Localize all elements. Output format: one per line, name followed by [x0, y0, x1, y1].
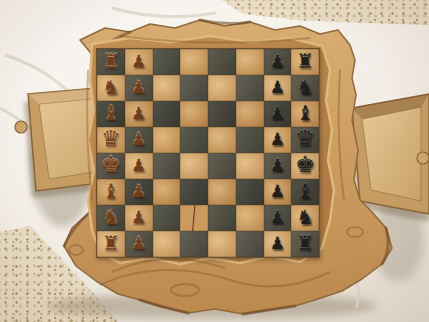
- square-c6[interactable]: [236, 101, 264, 127]
- square-b2[interactable]: ♟: [125, 75, 153, 101]
- white-pawn[interactable]: ♟: [131, 53, 146, 70]
- square-f7[interactable]: ♟: [264, 179, 292, 205]
- square-d1[interactable]: ♛: [97, 127, 125, 153]
- black-pawn[interactable]: ♟: [270, 209, 285, 226]
- square-b5[interactable]: [208, 75, 236, 101]
- square-e5[interactable]: [208, 153, 236, 179]
- square-h7[interactable]: ♟: [264, 231, 292, 257]
- black-bishop[interactable]: ♝: [296, 181, 314, 201]
- square-h5[interactable]: [208, 231, 236, 257]
- black-king[interactable]: ♚: [295, 154, 315, 176]
- black-pawn[interactable]: ♟: [270, 79, 285, 96]
- square-a1[interactable]: ♜: [97, 49, 125, 75]
- black-knight[interactable]: ♞: [296, 207, 314, 227]
- square-d6[interactable]: [236, 127, 264, 153]
- square-h6[interactable]: [236, 231, 264, 257]
- square-f6[interactable]: [236, 179, 264, 205]
- black-rook[interactable]: ♜: [296, 233, 314, 253]
- white-bishop[interactable]: ♝: [102, 103, 120, 123]
- white-rook[interactable]: ♜: [102, 233, 120, 253]
- black-bishop[interactable]: ♝: [296, 103, 314, 123]
- white-pawn[interactable]: ♟: [131, 79, 146, 96]
- black-pawn[interactable]: ♟: [270, 53, 285, 70]
- white-bishop[interactable]: ♝: [102, 181, 120, 201]
- square-c8[interactable]: ♝: [291, 101, 319, 127]
- black-pawn[interactable]: ♟: [270, 235, 285, 252]
- white-king[interactable]: ♚: [101, 154, 121, 176]
- square-a5[interactable]: [208, 49, 236, 75]
- scene: ♜♟♟♜♞♟♟♞♝♟♟♝♛♟♟♛♚♟♟♚♝♟♟♝♞♟♟♞♜♟♟♜: [0, 0, 429, 322]
- white-pawn[interactable]: ♟: [131, 209, 146, 226]
- square-b6[interactable]: [236, 75, 264, 101]
- square-f2[interactable]: ♟: [125, 179, 153, 205]
- square-b1[interactable]: ♞: [97, 75, 125, 101]
- square-e1[interactable]: ♚: [97, 153, 125, 179]
- square-a7[interactable]: ♟: [264, 49, 292, 75]
- square-c5[interactable]: [208, 101, 236, 127]
- black-knight[interactable]: ♞: [296, 77, 314, 97]
- square-c3[interactable]: [153, 101, 181, 127]
- square-g2[interactable]: ♟: [125, 205, 153, 231]
- square-f8[interactable]: ♝: [291, 179, 319, 205]
- square-a2[interactable]: ♟: [125, 49, 153, 75]
- square-b4[interactable]: [180, 75, 208, 101]
- white-queen[interactable]: ♛: [101, 128, 121, 150]
- square-a4[interactable]: [180, 49, 208, 75]
- white-knight[interactable]: ♞: [102, 207, 120, 227]
- chessboard: ♜♟♟♜♞♟♟♞♝♟♟♝♛♟♟♛♚♟♟♚♝♟♟♝♞♟♟♞♜♟♟♜: [96, 48, 320, 258]
- square-d7[interactable]: ♟: [264, 127, 292, 153]
- right-drawer-knob[interactable]: [417, 152, 429, 164]
- square-a3[interactable]: [153, 49, 181, 75]
- square-g5[interactable]: [208, 205, 236, 231]
- square-c1[interactable]: ♝: [97, 101, 125, 127]
- white-pawn[interactable]: ♟: [131, 131, 146, 148]
- square-g7[interactable]: ♟: [264, 205, 292, 231]
- square-g4[interactable]: [180, 205, 208, 231]
- square-h2[interactable]: ♟: [125, 231, 153, 257]
- square-e3[interactable]: [153, 153, 181, 179]
- square-g3[interactable]: [153, 205, 181, 231]
- square-c7[interactable]: ♟: [264, 101, 292, 127]
- square-f4[interactable]: [180, 179, 208, 205]
- black-pawn[interactable]: ♟: [270, 183, 285, 200]
- square-d5[interactable]: [208, 127, 236, 153]
- square-f5[interactable]: [208, 179, 236, 205]
- right-drawer-interior: [362, 107, 421, 201]
- black-pawn[interactable]: ♟: [270, 131, 285, 148]
- square-e6[interactable]: [236, 153, 264, 179]
- square-g8[interactable]: ♞: [291, 205, 319, 231]
- square-g6[interactable]: [236, 205, 264, 231]
- white-pawn[interactable]: ♟: [131, 105, 146, 122]
- square-c4[interactable]: [180, 101, 208, 127]
- square-g1[interactable]: ♞: [97, 205, 125, 231]
- square-b3[interactable]: [153, 75, 181, 101]
- square-e2[interactable]: ♟: [125, 153, 153, 179]
- square-e7[interactable]: ♟: [264, 153, 292, 179]
- left-drawer-knob[interactable]: [15, 121, 27, 133]
- square-b7[interactable]: ♟: [264, 75, 292, 101]
- square-a8[interactable]: ♜: [291, 49, 319, 75]
- square-c2[interactable]: ♟: [125, 101, 153, 127]
- square-h8[interactable]: ♜: [291, 231, 319, 257]
- white-rook[interactable]: ♜: [102, 51, 120, 71]
- black-pawn[interactable]: ♟: [270, 105, 285, 122]
- white-pawn[interactable]: ♟: [131, 235, 146, 252]
- black-queen[interactable]: ♛: [295, 128, 315, 150]
- square-d2[interactable]: ♟: [125, 127, 153, 153]
- square-a6[interactable]: [236, 49, 264, 75]
- black-pawn[interactable]: ♟: [270, 157, 285, 174]
- square-h3[interactable]: [153, 231, 181, 257]
- square-d8[interactable]: ♛: [291, 127, 319, 153]
- square-b8[interactable]: ♞: [291, 75, 319, 101]
- square-d3[interactable]: [153, 127, 181, 153]
- white-knight[interactable]: ♞: [102, 77, 120, 97]
- black-rook[interactable]: ♜: [296, 51, 314, 71]
- square-d4[interactable]: [180, 127, 208, 153]
- square-h1[interactable]: ♜: [97, 231, 125, 257]
- white-pawn[interactable]: ♟: [131, 183, 146, 200]
- white-pawn[interactable]: ♟: [131, 157, 146, 174]
- square-h4[interactable]: [180, 231, 208, 257]
- square-f1[interactable]: ♝: [97, 179, 125, 205]
- square-f3[interactable]: [153, 179, 181, 205]
- square-e4[interactable]: [180, 153, 208, 179]
- square-e8[interactable]: ♚: [291, 153, 319, 179]
